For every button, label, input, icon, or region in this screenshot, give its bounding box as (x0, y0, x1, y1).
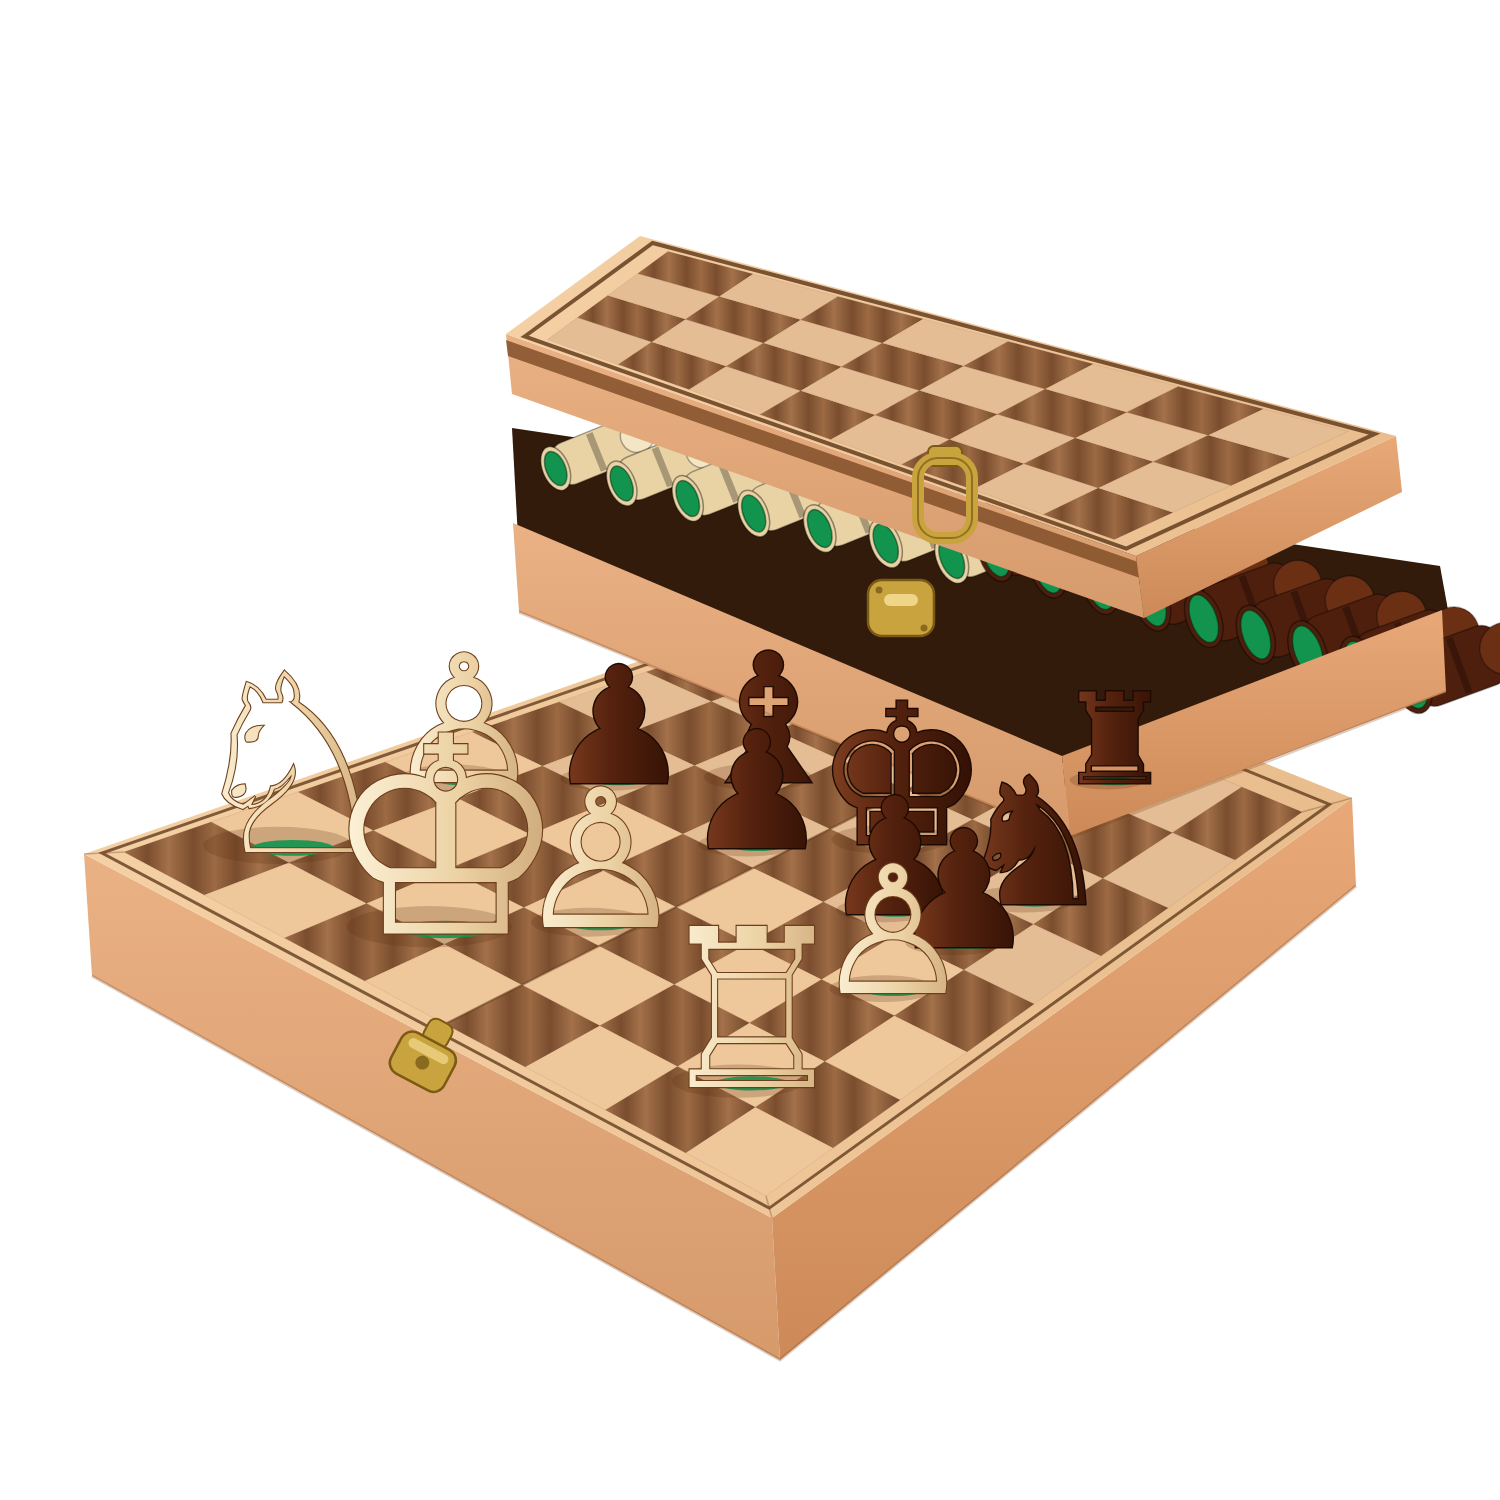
piece-black-pawn-d5[interactable]: ♟ (684, 697, 830, 886)
piece-white-rook-g2[interactable]: ♖ (653, 882, 851, 1139)
white-rook-glyph: ♖ (653, 882, 851, 1139)
scene-svg: ♝♙♟♜♚♘♟♞♟♔♙♟♙♖ (0, 0, 1500, 1500)
chess-set-photo: ♝♙♟♜♚♘♟♞♟♔♙♟♙♖ (0, 0, 1500, 1500)
black-pawn-glyph: ♟ (684, 697, 830, 886)
